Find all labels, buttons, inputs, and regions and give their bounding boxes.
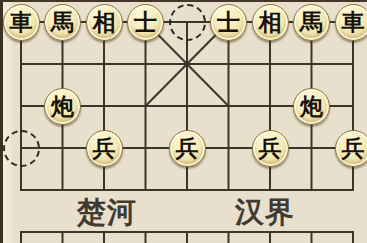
piece-soldier[interactable]: 兵	[169, 130, 206, 167]
dashed-circle-marker	[169, 4, 206, 41]
piece-cannon[interactable]: 炮	[293, 88, 330, 125]
piece-advisor[interactable]: 士	[210, 4, 247, 41]
piece-elephant[interactable]: 相	[86, 4, 123, 41]
window-edge-top	[0, 0, 367, 2]
piece-horse[interactable]: 馬	[293, 4, 330, 41]
piece-soldier[interactable]: 兵	[335, 130, 367, 167]
piece-cannon[interactable]: 炮	[44, 88, 81, 125]
piece-soldier[interactable]: 兵	[86, 130, 123, 167]
window-edge-left	[0, 0, 3, 243]
piece-soldier[interactable]: 兵	[252, 130, 289, 167]
piece-elephant[interactable]: 相	[252, 4, 289, 41]
dashed-circle-marker	[3, 130, 40, 167]
piece-chariot[interactable]: 車	[335, 4, 367, 41]
piece-chariot[interactable]: 車	[3, 4, 40, 41]
pieces-layer: 車馬相士士相馬車炮炮兵兵兵兵	[0, 0, 367, 243]
xiangqi-board: 楚河 汉界 車馬相士士相馬車炮炮兵兵兵兵	[0, 0, 367, 243]
piece-advisor[interactable]: 士	[127, 4, 164, 41]
piece-horse[interactable]: 馬	[44, 4, 81, 41]
